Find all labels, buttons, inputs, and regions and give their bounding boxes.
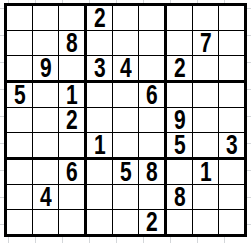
given-digit: 5 xyxy=(174,133,186,157)
cell-r7c9[interactable] xyxy=(219,160,244,185)
cell-r8c4[interactable] xyxy=(87,185,113,210)
given-digit: 9 xyxy=(40,56,52,80)
cell-r9c9[interactable] xyxy=(219,210,244,234)
cell-r5c8[interactable] xyxy=(193,108,219,133)
cell-r4c4[interactable] xyxy=(87,83,113,108)
cell-r3c2[interactable]: 9 xyxy=(33,56,59,83)
given-digit: 7 xyxy=(200,31,212,55)
cell-r3c8[interactable] xyxy=(193,56,219,83)
given-digit: 2 xyxy=(146,210,158,234)
cell-r5c3[interactable]: 2 xyxy=(59,108,87,133)
cell-r3c5[interactable]: 4 xyxy=(113,56,139,83)
cell-r9c8[interactable] xyxy=(193,210,219,234)
given-digit: 1 xyxy=(200,160,212,184)
cell-r9c4[interactable] xyxy=(87,210,113,234)
cell-r9c7[interactable] xyxy=(167,210,193,234)
cell-r7c8[interactable]: 1 xyxy=(193,160,219,185)
cell-r4c8[interactable] xyxy=(193,83,219,108)
cell-r9c3[interactable] xyxy=(59,210,87,234)
cell-r4c2[interactable] xyxy=(33,83,59,108)
cell-r4c1[interactable]: 5 xyxy=(7,83,33,108)
cell-r6c4[interactable]: 1 xyxy=(87,133,113,160)
cell-r1c9[interactable] xyxy=(219,6,244,31)
given-digit: 2 xyxy=(66,108,78,132)
cell-r9c5[interactable] xyxy=(113,210,139,234)
cell-r3c7[interactable]: 2 xyxy=(167,56,193,83)
cell-r8c7[interactable]: 8 xyxy=(167,185,193,210)
cell-r8c5[interactable] xyxy=(113,185,139,210)
cell-r3c4[interactable]: 3 xyxy=(87,56,113,83)
cell-r2c1[interactable] xyxy=(7,31,33,56)
given-digit: 1 xyxy=(94,133,106,157)
cell-r8c3[interactable] xyxy=(59,185,87,210)
cell-r2c3[interactable]: 8 xyxy=(59,31,87,56)
cell-r7c6[interactable]: 8 xyxy=(139,160,167,185)
given-digit: 8 xyxy=(146,160,158,184)
cell-r9c1[interactable] xyxy=(7,210,33,234)
given-digit: 2 xyxy=(174,56,186,80)
cell-r6c9[interactable]: 3 xyxy=(219,133,244,160)
cell-r2c9[interactable] xyxy=(219,31,244,56)
cell-r7c1[interactable] xyxy=(7,160,33,185)
given-digit: 8 xyxy=(66,31,78,55)
cell-r1c2[interactable] xyxy=(33,6,59,31)
spreadsheet-background: 2879342516291536581482 xyxy=(0,0,251,243)
cell-r7c3[interactable]: 6 xyxy=(59,160,87,185)
cell-r6c1[interactable] xyxy=(7,133,33,160)
given-digit: 6 xyxy=(66,160,78,184)
given-digit: 4 xyxy=(40,185,52,209)
cell-r9c6[interactable]: 2 xyxy=(139,210,167,234)
cell-r1c1[interactable] xyxy=(7,6,33,31)
given-digit: 5 xyxy=(120,160,132,184)
cell-r8c8[interactable] xyxy=(193,185,219,210)
cell-r1c7[interactable] xyxy=(167,6,193,31)
cell-r1c5[interactable] xyxy=(113,6,139,31)
cell-r5c2[interactable] xyxy=(33,108,59,133)
cell-r2c8[interactable]: 7 xyxy=(193,31,219,56)
cell-r1c6[interactable] xyxy=(139,6,167,31)
given-digit: 3 xyxy=(226,133,238,157)
cell-r3c9[interactable] xyxy=(219,56,244,83)
cell-r8c1[interactable] xyxy=(7,185,33,210)
cell-r5c1[interactable] xyxy=(7,108,33,133)
sudoku-board: 2879342516291536581482 xyxy=(4,3,247,237)
cell-r9c2[interactable] xyxy=(33,210,59,234)
cell-r7c5[interactable]: 5 xyxy=(113,160,139,185)
given-digit: 8 xyxy=(174,185,186,209)
cell-r5c6[interactable] xyxy=(139,108,167,133)
cell-r8c2[interactable]: 4 xyxy=(33,185,59,210)
cell-r7c4[interactable] xyxy=(87,160,113,185)
cell-r6c7[interactable]: 5 xyxy=(167,133,193,160)
given-digit: 5 xyxy=(14,83,26,107)
given-digit: 4 xyxy=(120,56,132,80)
cell-r4c6[interactable]: 6 xyxy=(139,83,167,108)
cell-r2c6[interactable] xyxy=(139,31,167,56)
given-digit: 3 xyxy=(94,56,106,80)
cell-r4c5[interactable] xyxy=(113,83,139,108)
cell-r4c9[interactable] xyxy=(219,83,244,108)
given-digit: 6 xyxy=(146,83,158,107)
cell-r8c9[interactable] xyxy=(219,185,244,210)
cell-r6c2[interactable] xyxy=(33,133,59,160)
cell-r5c5[interactable] xyxy=(113,108,139,133)
given-digit: 2 xyxy=(94,6,106,30)
cell-r1c4[interactable]: 2 xyxy=(87,6,113,31)
